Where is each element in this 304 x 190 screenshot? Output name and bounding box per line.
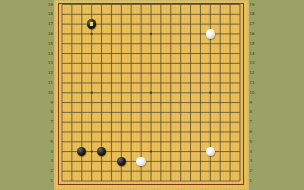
row-label-left: 2 [45, 169, 53, 173]
row-label-right: 15 [250, 42, 258, 46]
stone-black [87, 19, 96, 28]
stone-black [117, 157, 126, 166]
row-label-right: 1 [250, 179, 258, 183]
row-label-left: 7 [45, 120, 53, 124]
row-label-left: 13 [45, 61, 53, 65]
row-label-left: 19 [45, 3, 53, 7]
row-label-left: 8 [45, 110, 53, 114]
row-label-left: 18 [45, 12, 53, 16]
row-label-left: 14 [45, 52, 53, 56]
stone-white [206, 29, 215, 38]
row-label-left: 16 [45, 32, 53, 36]
row-label-right: 18 [250, 12, 258, 16]
go-board[interactable] [55, 1, 248, 189]
last-move-marker [90, 22, 93, 25]
row-label-right: 5 [250, 140, 258, 144]
row-label-left: 15 [45, 42, 53, 46]
row-label-left: 4 [45, 150, 53, 154]
row-label-right: 17 [250, 22, 258, 26]
go-game-view: 1919181817171616151514141313121211111010… [0, 0, 304, 190]
stone-white [136, 157, 145, 166]
row-label-left: 17 [45, 22, 53, 26]
row-label-right: 14 [250, 52, 258, 56]
row-label-right: 6 [250, 130, 258, 134]
board-frame [58, 3, 244, 185]
row-label-right: 13 [250, 61, 258, 65]
row-label-right: 11 [250, 81, 258, 85]
row-label-left: 12 [45, 71, 53, 75]
row-label-right: 3 [250, 159, 258, 163]
row-label-right: 10 [250, 91, 258, 95]
row-label-left: 5 [45, 140, 53, 144]
row-label-left: 1 [45, 179, 53, 183]
row-label-left: 6 [45, 130, 53, 134]
row-label-left: 11 [45, 81, 53, 85]
row-label-right: 19 [250, 3, 258, 7]
row-label-left: 9 [45, 101, 53, 105]
row-label-right: 7 [250, 120, 258, 124]
row-label-right: 8 [250, 110, 258, 114]
row-label-left: 3 [45, 159, 53, 163]
row-label-right: 4 [250, 150, 258, 154]
row-label-right: 9 [250, 101, 258, 105]
row-label-right: 16 [250, 32, 258, 36]
row-label-right: 12 [250, 71, 258, 75]
row-label-right: 2 [250, 169, 258, 173]
row-label-left: 10 [45, 91, 53, 95]
